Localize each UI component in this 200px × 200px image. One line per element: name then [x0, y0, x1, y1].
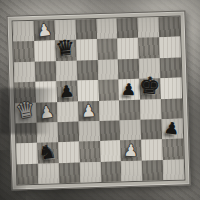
square-c6 — [56, 60, 77, 81]
square-h4 — [161, 98, 182, 119]
square-e3 — [99, 120, 120, 141]
square-e5 — [98, 80, 119, 101]
square-a8 — [13, 21, 34, 42]
chess-board: ♟♛♟♟♚♛♟♟♟♞♟ — [6, 10, 190, 190]
square-d8 — [75, 19, 96, 40]
square-e1 — [100, 161, 121, 182]
square-d2 — [79, 141, 100, 162]
square-f3 — [120, 120, 141, 141]
square-d1 — [79, 162, 100, 183]
square-b1 — [38, 163, 59, 184]
square-f4 — [119, 99, 140, 120]
square-h2 — [162, 139, 183, 160]
square-h3 — [162, 118, 183, 139]
square-h7 — [159, 37, 180, 58]
square-d6 — [76, 60, 97, 81]
square-c7 — [55, 40, 76, 61]
square-c1 — [59, 162, 80, 183]
square-c3 — [57, 121, 78, 142]
square-c8 — [54, 20, 75, 41]
square-g2 — [141, 139, 162, 160]
square-a1 — [17, 163, 38, 184]
square-b3 — [37, 122, 58, 143]
square-a3 — [16, 123, 37, 144]
square-h8 — [159, 17, 180, 38]
square-f7 — [118, 38, 139, 59]
square-a4 — [15, 102, 36, 123]
square-c5 — [56, 81, 77, 102]
square-f1 — [121, 160, 142, 181]
square-e8 — [96, 18, 117, 39]
square-b8 — [33, 20, 54, 41]
square-a5 — [14, 82, 35, 103]
square-g1 — [142, 160, 163, 181]
square-f5 — [119, 79, 140, 100]
square-b7 — [34, 41, 55, 62]
square-b6 — [35, 61, 56, 82]
square-e6 — [97, 59, 118, 80]
square-g5 — [140, 78, 161, 99]
square-f8 — [117, 18, 138, 39]
square-e4 — [99, 100, 120, 121]
square-e2 — [100, 141, 121, 162]
square-b4 — [36, 102, 57, 123]
square-d3 — [78, 121, 99, 142]
square-c2 — [58, 142, 79, 163]
outdoor-photo: ♟♛♟♟♚♛♟♟♟♞♟ — [0, 0, 200, 200]
square-g8 — [138, 17, 159, 38]
square-f2 — [121, 140, 142, 161]
square-h5 — [160, 78, 181, 99]
square-e7 — [97, 39, 118, 60]
square-b5 — [35, 81, 56, 102]
square-g7 — [138, 38, 159, 59]
square-g4 — [140, 99, 161, 120]
square-g6 — [139, 58, 160, 79]
board-grid: ♟♛♟♟♚♛♟♟♟♞♟ — [13, 17, 185, 185]
square-a7 — [13, 41, 34, 62]
square-a6 — [14, 62, 35, 83]
square-f6 — [118, 59, 139, 80]
square-b2 — [37, 142, 58, 163]
square-g3 — [141, 119, 162, 140]
square-h1 — [163, 159, 184, 180]
square-d4 — [78, 101, 99, 122]
square-d7 — [76, 39, 97, 60]
square-h6 — [160, 57, 181, 78]
square-a2 — [16, 143, 37, 164]
square-d5 — [77, 80, 98, 101]
square-c4 — [57, 101, 78, 122]
